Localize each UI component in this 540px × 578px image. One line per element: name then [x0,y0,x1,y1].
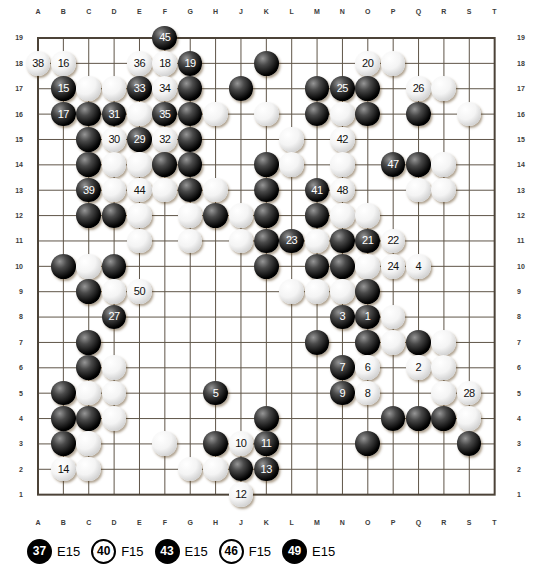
col-label-F: F [152,8,177,18]
stone-K13 [254,178,279,203]
stone-N8: 3 [330,305,355,330]
col-label-L: L [279,519,304,529]
stone-L11: 23 [279,229,304,254]
stone-D5 [102,381,127,406]
stone-O10 [355,254,380,279]
stone-A18: 38 [26,51,51,76]
stone-F17: 34 [152,76,177,101]
stone-D8: 27 [102,305,127,330]
stone-R7 [431,330,456,355]
stone-B18: 16 [51,51,76,76]
stone-R17 [431,76,456,101]
stone-Q16 [406,102,431,127]
stone-S3 [457,431,482,456]
stone-C6 [76,355,101,380]
stone-L15 [279,127,304,152]
stone-N12 [330,203,355,228]
stone-C17 [76,76,101,101]
col-label-M: M [304,519,329,529]
col-label-A: A [25,519,50,529]
col-label-H: H [203,519,228,529]
stone-F14 [152,152,177,177]
stone-B3 [51,431,76,456]
col-label-Q: Q [406,519,431,529]
stone-G11 [178,229,203,254]
stone-E9: 50 [127,279,152,304]
stone-O5: 8 [355,381,380,406]
col-label-N: N [330,519,355,529]
row-label-19: 19 [7,25,23,50]
row-label-9: 9 [7,279,23,304]
row-label-5: 5 [517,380,533,405]
row-label-16: 16 [7,101,23,126]
stone-B17: 15 [51,76,76,101]
col-label-C: C [76,519,101,529]
row-label-7: 7 [7,330,23,355]
row-label-17: 17 [7,76,23,101]
stone-N17: 25 [330,76,355,101]
col-label-J: J [228,519,253,529]
stone-H12 [203,203,228,228]
row-label-1: 1 [7,482,23,507]
stones-layer: 4538163618192015333425261731353029324247… [25,25,507,507]
stone-O3 [355,431,380,456]
stone-J1: 12 [229,482,254,507]
row-label-7: 7 [517,330,533,355]
col-label-P: P [380,519,405,529]
stone-Q7 [406,330,431,355]
stone-N9 [330,279,355,304]
stone-R5 [431,381,456,406]
row-label-1: 1 [517,482,533,507]
stone-D9 [102,279,127,304]
stone-E11 [127,229,152,254]
stone-K18 [254,51,279,76]
stone-H5: 5 [203,381,228,406]
row-label-14: 14 [517,152,533,177]
stone-E15: 29 [127,127,152,152]
col-label-F: F [152,519,177,529]
col-label-Q: Q [406,8,431,18]
row-label-8: 8 [7,304,23,329]
stone-G13 [178,178,203,203]
stone-C16 [76,102,101,127]
stone-N11 [330,229,355,254]
row-label-6: 6 [517,355,533,380]
stone-J11 [229,229,254,254]
row-label-6: 6 [7,355,23,380]
stone-H2 [203,457,228,482]
row-label-10: 10 [517,254,533,279]
stone-P18 [381,51,406,76]
stone-S4 [457,406,482,431]
stone-E12 [127,203,152,228]
col-label-B: B [51,519,76,529]
caption-stone-37: 37 [27,539,52,564]
stone-G17 [178,76,203,101]
col-label-G: G [177,8,202,18]
go-diagram: ABCDEFGHJKLMNOPQRST ABCDEFGHJKLMNOPQRST … [0,0,540,578]
stone-C7 [76,330,101,355]
col-label-A: A [25,8,50,18]
stone-C4 [76,406,101,431]
stone-P8 [381,305,406,330]
row-label-4: 4 [7,406,23,431]
row-labels-right: 19181716151413121110987654321 [517,25,533,507]
stone-Q6: 2 [406,355,431,380]
col-label-C: C [76,8,101,18]
stone-N15: 42 [330,127,355,152]
stone-M12 [305,203,330,228]
stone-C3 [76,431,101,456]
stone-K12 [254,203,279,228]
col-label-B: B [51,8,76,18]
stone-J2 [229,457,254,482]
caption-stone-46: 46 [219,539,244,564]
col-label-P: P [380,8,405,18]
stone-C9 [76,279,101,304]
row-label-8: 8 [517,304,533,329]
row-label-12: 12 [517,203,533,228]
stone-S5: 28 [457,381,482,406]
stone-Q14 [406,152,431,177]
stone-F16: 35 [152,102,177,127]
stone-K3: 11 [254,431,279,456]
row-label-2: 2 [7,456,23,481]
col-label-R: R [431,8,456,18]
stone-E18: 36 [127,51,152,76]
stone-N14 [330,152,355,177]
column-labels-bottom: ABCDEFGHJKLMNOPQRST [25,519,507,529]
stone-D12 [102,203,127,228]
stone-K10 [254,254,279,279]
stone-M10 [305,254,330,279]
stone-M7 [305,330,330,355]
col-label-H: H [203,8,228,18]
stone-O9 [355,279,380,304]
stone-P11: 22 [381,229,406,254]
row-label-11: 11 [517,228,533,253]
move-caption: 37E1540F1543E1546F1549E15 [27,536,346,566]
stone-D4 [102,406,127,431]
row-label-10: 10 [7,254,23,279]
stone-N16 [330,102,355,127]
col-label-O: O [355,519,380,529]
stone-G2 [178,457,203,482]
col-label-N: N [330,8,355,18]
row-label-11: 11 [7,228,23,253]
stone-C13: 39 [76,178,101,203]
col-label-R: R [431,519,456,529]
column-labels-top: ABCDEFGHJKLMNOPQRST [25,8,507,18]
col-label-L: L [279,8,304,18]
stone-G12 [178,203,203,228]
col-label-G: G [177,519,202,529]
row-labels-left: 19181716151413121110987654321 [7,25,23,507]
caption-stone-40: 40 [91,539,116,564]
stone-G18: 19 [178,51,203,76]
stone-R13 [431,178,456,203]
stone-K4 [254,406,279,431]
caption-stone-49: 49 [282,539,307,564]
stone-J17 [229,76,254,101]
col-label-M: M [304,8,329,18]
stone-P10: 24 [381,254,406,279]
row-label-3: 3 [7,431,23,456]
row-label-9: 9 [517,279,533,304]
stone-D13 [102,178,127,203]
stone-L14 [279,152,304,177]
stone-B4 [51,406,76,431]
stone-E17: 33 [127,76,152,101]
stone-M13: 41 [305,178,330,203]
caption-point-40: F15 [121,544,143,559]
col-label-D: D [101,519,126,529]
row-label-15: 15 [517,127,533,152]
stone-N13: 48 [330,178,355,203]
stone-O6: 6 [355,355,380,380]
stone-M11 [305,229,330,254]
stone-F13 [152,178,177,203]
stone-E14 [127,152,152,177]
stone-Q13 [406,178,431,203]
row-label-13: 13 [517,177,533,202]
row-label-14: 14 [7,152,23,177]
stone-E16 [127,102,152,127]
row-label-3: 3 [517,431,533,456]
stone-Q10: 4 [406,254,431,279]
row-label-15: 15 [7,127,23,152]
stone-B10 [51,254,76,279]
stone-K14 [254,152,279,177]
stone-K2: 13 [254,457,279,482]
stone-J12 [229,203,254,228]
caption-point-46: F15 [249,544,271,559]
row-label-5: 5 [7,380,23,405]
stone-R4 [431,406,456,431]
col-label-J: J [228,8,253,18]
row-label-16: 16 [517,101,533,126]
stone-C15 [76,127,101,152]
stone-D16: 31 [102,102,127,127]
col-label-E: E [127,519,152,529]
caption-point-37: E15 [57,544,80,559]
col-label-D: D [101,8,126,18]
stone-D14 [102,152,127,177]
row-label-12: 12 [7,203,23,228]
stone-H13 [203,178,228,203]
stone-O7 [355,330,380,355]
caption-stone-43: 43 [155,539,180,564]
row-label-2: 2 [517,456,533,481]
stone-D10 [102,254,127,279]
row-label-4: 4 [517,406,533,431]
row-label-17: 17 [517,76,533,101]
stone-N5: 9 [330,381,355,406]
col-label-O: O [355,8,380,18]
stone-K16 [254,102,279,127]
stone-C14 [76,152,101,177]
col-label-S: S [456,8,481,18]
stone-C2 [76,457,101,482]
stone-S16 [457,102,482,127]
col-label-T: T [482,519,507,529]
stone-H3 [203,431,228,456]
caption-point-43: E15 [185,544,208,559]
row-label-18: 18 [517,51,533,76]
stone-C5 [76,381,101,406]
stone-B2: 14 [51,457,76,482]
stone-F15: 32 [152,127,177,152]
stone-P4 [381,406,406,431]
stone-O16 [355,102,380,127]
stone-M9 [305,279,330,304]
row-label-19: 19 [517,25,533,50]
stone-O11: 21 [355,229,380,254]
stone-G16 [178,102,203,127]
stone-Q17: 26 [406,76,431,101]
stone-D6 [102,355,127,380]
col-label-K: K [254,519,279,529]
col-label-K: K [254,8,279,18]
stone-K11 [254,229,279,254]
stone-O12 [355,203,380,228]
stone-N10 [330,254,355,279]
stone-O18: 20 [355,51,380,76]
stone-N6: 7 [330,355,355,380]
stone-J3: 10 [229,431,254,456]
stone-M16 [305,102,330,127]
stone-R6 [431,355,456,380]
stone-O8: 1 [355,305,380,330]
stone-M17 [305,76,330,101]
stone-C10 [76,254,101,279]
stone-G14 [178,152,203,177]
stone-B16: 17 [51,102,76,127]
stone-B5 [51,381,76,406]
stone-D17 [102,76,127,101]
stone-L9 [279,279,304,304]
stone-P7 [381,330,406,355]
stone-F18: 18 [152,51,177,76]
stone-G15 [178,127,203,152]
row-label-18: 18 [7,51,23,76]
caption-point-49: E15 [312,544,335,559]
stone-C12 [76,203,101,228]
stone-O17 [355,76,380,101]
stone-D15: 30 [102,127,127,152]
stone-F3 [152,431,177,456]
stone-P14: 47 [381,152,406,177]
row-label-13: 13 [7,177,23,202]
col-label-E: E [127,8,152,18]
stone-E13: 44 [127,178,152,203]
col-label-T: T [482,8,507,18]
stone-Q4 [406,406,431,431]
stone-F19: 45 [152,26,177,51]
stone-R14 [431,152,456,177]
stone-H16 [203,102,228,127]
col-label-S: S [456,519,481,529]
